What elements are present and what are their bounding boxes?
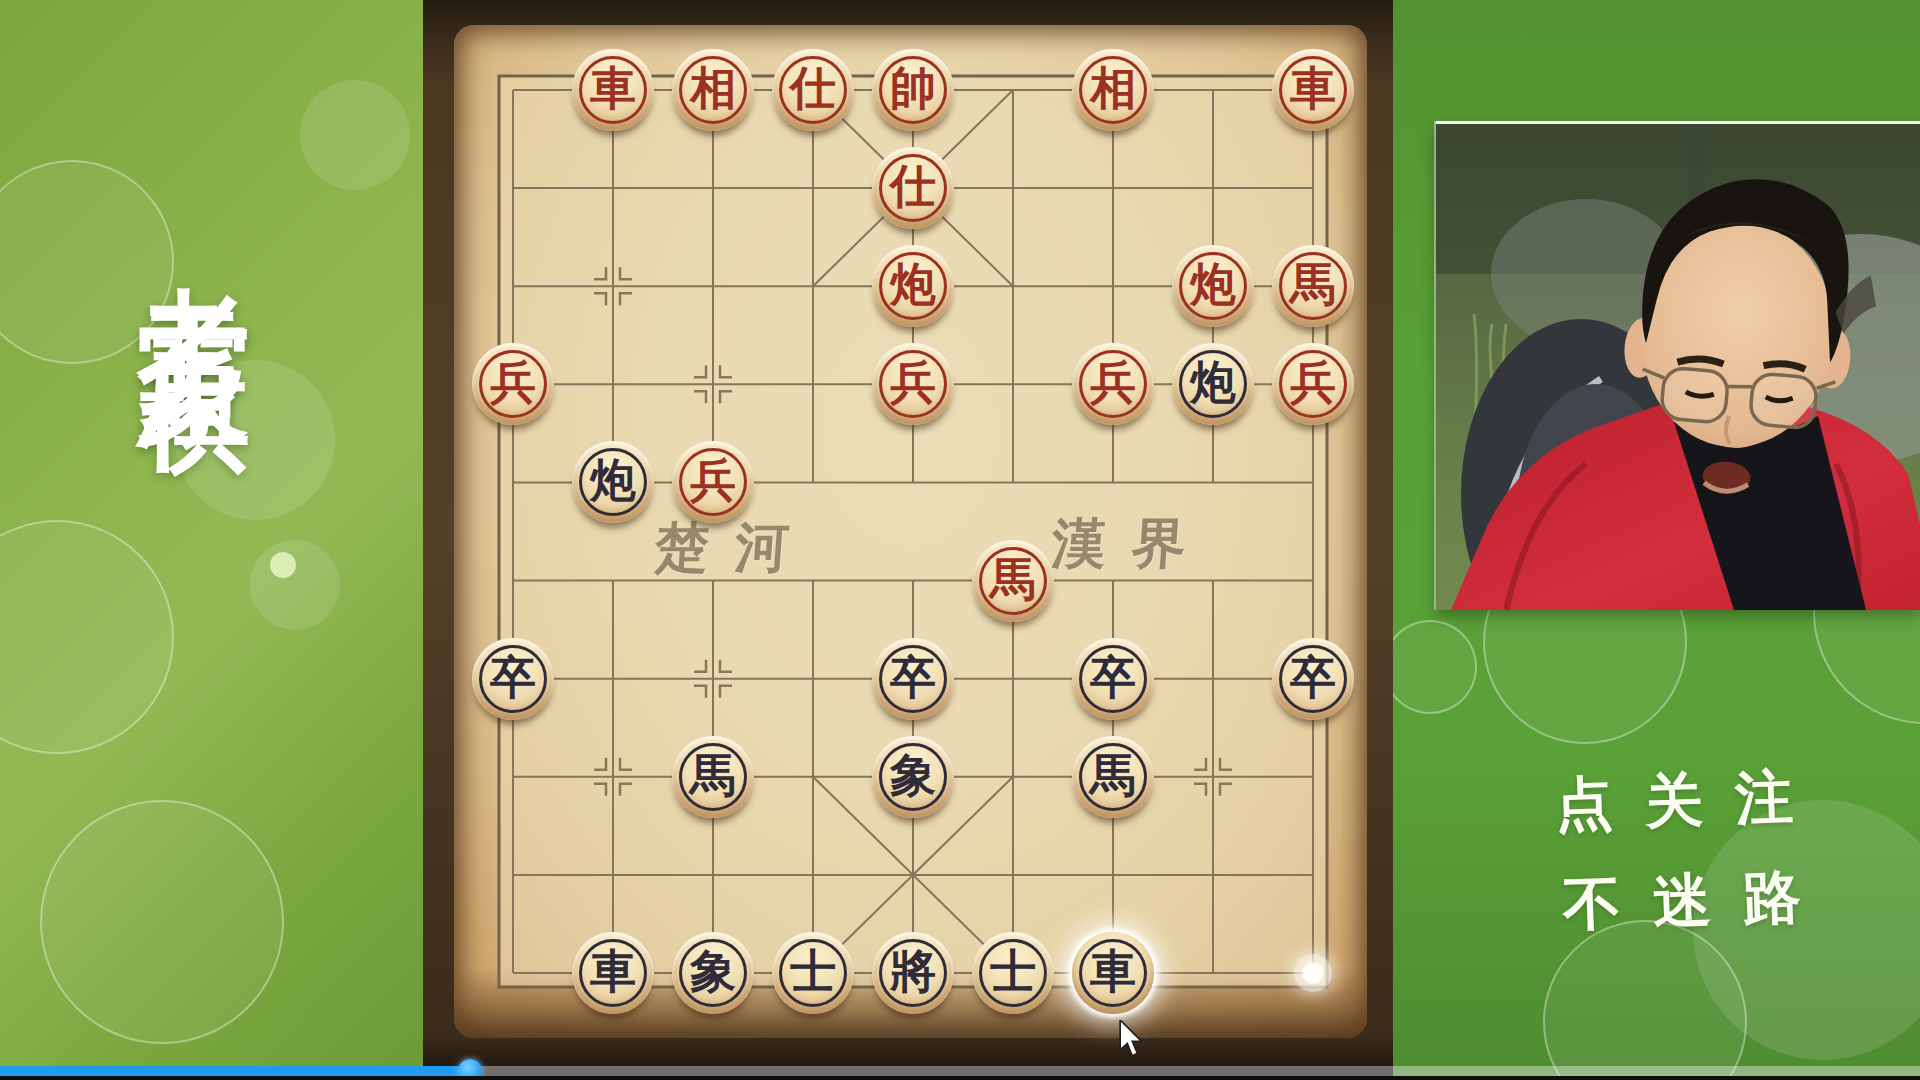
piece-red-f5r3[interactable]: 炮 bbox=[872, 245, 954, 327]
piece-red-f7r4[interactable]: 兵 bbox=[1072, 343, 1154, 425]
piece-black-f3r10[interactable]: 象 bbox=[672, 932, 754, 1014]
piece-red-f7r1[interactable]: 相 bbox=[1072, 49, 1154, 131]
piece-character: 帥 bbox=[890, 58, 936, 120]
piece-character: 卒 bbox=[1290, 647, 1336, 709]
piece-red-f5r4[interactable]: 兵 bbox=[872, 343, 954, 425]
left-panel: 老雷象棋 bbox=[0, 0, 423, 1080]
piece-character: 車 bbox=[590, 941, 636, 1003]
decor-circle bbox=[1393, 620, 1477, 714]
piece-character: 仕 bbox=[890, 156, 936, 218]
piece-red-f9r3[interactable]: 馬 bbox=[1272, 245, 1354, 327]
piece-character: 馬 bbox=[990, 549, 1036, 611]
channel-title: 老雷象棋 bbox=[150, 196, 270, 816]
piece-character: 兵 bbox=[1090, 352, 1136, 414]
decor-circle bbox=[300, 80, 410, 190]
piece-character: 象 bbox=[690, 941, 736, 1003]
piece-black-f7r7[interactable]: 卒 bbox=[1072, 638, 1154, 720]
piece-black-f8r4[interactable]: 炮 bbox=[1172, 343, 1254, 425]
streamer-portrait bbox=[1436, 124, 1920, 610]
piece-character: 馬 bbox=[1290, 254, 1336, 316]
piece-black-f2r5[interactable]: 炮 bbox=[572, 441, 654, 523]
subscribe-text-line1: 点关注 bbox=[1479, 755, 1901, 848]
piece-black-f3r8[interactable]: 馬 bbox=[672, 736, 754, 818]
piece-black-f9r7[interactable]: 卒 bbox=[1272, 638, 1354, 720]
piece-character: 兵 bbox=[690, 450, 736, 512]
piece-red-f4r1[interactable]: 仕 bbox=[772, 49, 854, 131]
piece-character: 炮 bbox=[1190, 254, 1236, 316]
piece-black-f7r10[interactable]: 車 bbox=[1072, 932, 1154, 1014]
piece-character: 士 bbox=[790, 941, 836, 1003]
piece-character: 車 bbox=[1090, 941, 1136, 1003]
piece-red-f9r1[interactable]: 車 bbox=[1272, 49, 1354, 131]
decor-circle bbox=[0, 520, 174, 754]
piece-red-f9r4[interactable]: 兵 bbox=[1272, 343, 1354, 425]
piece-character: 將 bbox=[890, 941, 936, 1003]
river-label-chu: 楚河 bbox=[622, 512, 847, 585]
piece-character: 象 bbox=[890, 745, 936, 807]
subscribe-text-line2: 不迷路 bbox=[1487, 855, 1909, 948]
piece-red-f2r1[interactable]: 車 bbox=[572, 49, 654, 131]
piece-black-f5r7[interactable]: 卒 bbox=[872, 638, 954, 720]
piece-character: 相 bbox=[690, 58, 736, 120]
piece-character: 車 bbox=[590, 58, 636, 120]
piece-character: 仕 bbox=[790, 58, 836, 120]
video-progress-fill bbox=[0, 1066, 470, 1076]
piece-black-f5r10[interactable]: 將 bbox=[872, 932, 954, 1014]
decor-circle bbox=[40, 800, 284, 1044]
decor-dot bbox=[270, 552, 296, 578]
piece-black-f1r7[interactable]: 卒 bbox=[472, 638, 554, 720]
piece-character: 兵 bbox=[490, 352, 536, 414]
piece-black-f5r8[interactable]: 象 bbox=[872, 736, 954, 818]
piece-character: 相 bbox=[1090, 58, 1136, 120]
piece-black-f4r10[interactable]: 士 bbox=[772, 932, 854, 1014]
piece-character: 兵 bbox=[1290, 352, 1336, 414]
piece-character: 馬 bbox=[690, 745, 736, 807]
piece-red-f5r1[interactable]: 帥 bbox=[872, 49, 954, 131]
piece-character: 兵 bbox=[890, 352, 936, 414]
piece-red-f6r6[interactable]: 馬 bbox=[972, 540, 1054, 622]
piece-red-f1r4[interactable]: 兵 bbox=[472, 343, 554, 425]
piece-black-f7r8[interactable]: 馬 bbox=[1072, 736, 1154, 818]
piece-character: 卒 bbox=[890, 647, 936, 709]
piece-red-f3r1[interactable]: 相 bbox=[672, 49, 754, 131]
move-origin-dot bbox=[1301, 961, 1325, 985]
piece-character: 卒 bbox=[1090, 647, 1136, 709]
piece-black-f6r10[interactable]: 士 bbox=[972, 932, 1054, 1014]
river-label-han: 漢界 bbox=[1019, 508, 1244, 581]
piece-character: 炮 bbox=[890, 254, 936, 316]
piece-character: 卒 bbox=[490, 647, 536, 709]
piece-character: 炮 bbox=[590, 450, 636, 512]
piece-red-f5r2[interactable]: 仕 bbox=[872, 147, 954, 229]
piece-red-f3r5[interactable]: 兵 bbox=[672, 441, 754, 523]
piece-character: 炮 bbox=[1190, 352, 1236, 414]
piece-black-f2r10[interactable]: 車 bbox=[572, 932, 654, 1014]
player-bottom-bar bbox=[0, 1076, 1920, 1080]
piece-red-f8r3[interactable]: 炮 bbox=[1172, 245, 1254, 327]
webcam-video bbox=[1436, 121, 1920, 610]
mouse-cursor bbox=[1118, 1020, 1148, 1060]
piece-character: 馬 bbox=[1090, 745, 1136, 807]
piece-character: 車 bbox=[1290, 58, 1336, 120]
piece-character: 士 bbox=[990, 941, 1036, 1003]
